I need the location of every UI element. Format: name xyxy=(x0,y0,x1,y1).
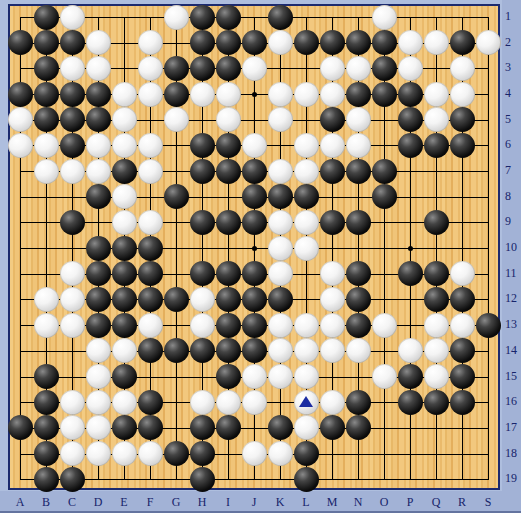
stone-black[interactable] xyxy=(398,364,423,389)
stone-black[interactable] xyxy=(294,30,319,55)
stone-black[interactable] xyxy=(398,261,423,286)
stone-black[interactable] xyxy=(138,415,163,440)
stone-white[interactable] xyxy=(268,313,293,338)
column-label: S xyxy=(481,495,495,510)
column-label: E xyxy=(117,495,131,510)
stone-white[interactable] xyxy=(242,56,267,81)
stone-white[interactable] xyxy=(138,30,163,55)
stone-white[interactable] xyxy=(112,133,137,158)
stone-black[interactable] xyxy=(242,287,267,312)
stone-white[interactable] xyxy=(424,107,449,132)
stone-black[interactable] xyxy=(450,107,475,132)
stone-black[interactable] xyxy=(112,313,137,338)
stone-black[interactable] xyxy=(190,441,215,466)
column-label: R xyxy=(455,495,469,510)
stone-white[interactable] xyxy=(268,338,293,363)
stone-black[interactable] xyxy=(60,133,85,158)
stone-black[interactable] xyxy=(398,107,423,132)
stone-black[interactable] xyxy=(34,390,59,415)
stone-black[interactable] xyxy=(190,30,215,55)
stone-black[interactable] xyxy=(268,5,293,30)
stone-white[interactable] xyxy=(424,338,449,363)
go-game-window: ABCDEFGHIJKLMNOPQRS123456789101112131415… xyxy=(0,0,521,513)
stone-black[interactable] xyxy=(112,364,137,389)
row-label: 2 xyxy=(505,35,521,50)
stone-black[interactable] xyxy=(164,184,189,209)
stone-white[interactable] xyxy=(60,313,85,338)
column-label: H xyxy=(195,495,209,510)
stone-black[interactable] xyxy=(476,313,501,338)
stone-black[interactable] xyxy=(86,261,111,286)
row-label: 5 xyxy=(505,112,521,127)
stone-black[interactable] xyxy=(216,287,241,312)
stone-white[interactable] xyxy=(398,56,423,81)
stone-black[interactable] xyxy=(138,390,163,415)
stone-white[interactable] xyxy=(268,236,293,261)
stone-black[interactable] xyxy=(268,184,293,209)
stone-white[interactable] xyxy=(476,30,501,55)
stone-black[interactable] xyxy=(190,467,215,492)
row-label: 16 xyxy=(505,394,521,409)
stone-white[interactable] xyxy=(138,313,163,338)
stone-black[interactable] xyxy=(34,5,59,30)
stone-black[interactable] xyxy=(138,261,163,286)
stone-white[interactable] xyxy=(294,210,319,235)
row-label: 1 xyxy=(505,9,521,24)
stone-white[interactable] xyxy=(346,338,371,363)
stone-black[interactable] xyxy=(320,210,345,235)
stone-white[interactable] xyxy=(60,415,85,440)
stone-black[interactable] xyxy=(60,210,85,235)
column-label: K xyxy=(273,495,287,510)
stone-black[interactable] xyxy=(60,107,85,132)
row-label: 4 xyxy=(505,86,521,101)
stone-black[interactable] xyxy=(450,364,475,389)
stone-black[interactable] xyxy=(398,133,423,158)
stone-black[interactable] xyxy=(398,390,423,415)
stone-white[interactable] xyxy=(242,441,267,466)
stone-white[interactable] xyxy=(60,56,85,81)
stone-black[interactable] xyxy=(450,338,475,363)
stone-white[interactable] xyxy=(294,133,319,158)
stone-black[interactable] xyxy=(216,30,241,55)
row-label: 13 xyxy=(505,317,521,332)
stone-white[interactable] xyxy=(86,159,111,184)
stone-black[interactable] xyxy=(216,364,241,389)
stone-white[interactable] xyxy=(424,313,449,338)
stone-white[interactable] xyxy=(268,441,293,466)
stone-black[interactable] xyxy=(190,159,215,184)
stone-white[interactable] xyxy=(450,56,475,81)
stone-white[interactable] xyxy=(112,107,137,132)
stone-black[interactable] xyxy=(346,415,371,440)
stone-white[interactable] xyxy=(8,133,33,158)
stone-white[interactable] xyxy=(190,390,215,415)
stone-black[interactable] xyxy=(216,133,241,158)
last-move-marker xyxy=(299,396,313,407)
stone-white[interactable] xyxy=(138,210,163,235)
stone-black[interactable] xyxy=(138,338,163,363)
stone-black[interactable] xyxy=(450,390,475,415)
column-label: M xyxy=(325,495,339,510)
stone-black[interactable] xyxy=(294,441,319,466)
stone-white[interactable] xyxy=(216,390,241,415)
stone-white[interactable] xyxy=(372,313,397,338)
stone-white[interactable] xyxy=(424,364,449,389)
stone-black[interactable] xyxy=(242,30,267,55)
stone-white[interactable] xyxy=(112,210,137,235)
stone-black[interactable] xyxy=(372,30,397,55)
stone-black[interactable] xyxy=(112,159,137,184)
stone-white[interactable] xyxy=(86,441,111,466)
stone-black[interactable] xyxy=(8,82,33,107)
row-label: 8 xyxy=(505,189,521,204)
stone-black[interactable] xyxy=(164,338,189,363)
row-label: 9 xyxy=(505,214,521,229)
stone-white[interactable] xyxy=(294,338,319,363)
stone-white[interactable] xyxy=(60,261,85,286)
row-label: 10 xyxy=(505,240,521,255)
stone-white[interactable] xyxy=(320,287,345,312)
stone-black[interactable] xyxy=(424,210,449,235)
column-label: C xyxy=(65,495,79,510)
row-label: 19 xyxy=(505,471,521,486)
stone-white[interactable] xyxy=(346,107,371,132)
stone-black[interactable] xyxy=(216,313,241,338)
stone-white[interactable] xyxy=(112,82,137,107)
column-label: B xyxy=(39,495,53,510)
column-label: G xyxy=(169,495,183,510)
stone-white[interactable] xyxy=(138,56,163,81)
stone-white[interactable] xyxy=(242,390,267,415)
stone-black[interactable] xyxy=(216,56,241,81)
stone-black[interactable] xyxy=(34,467,59,492)
stone-black[interactable] xyxy=(294,467,319,492)
stone-white[interactable] xyxy=(190,313,215,338)
stone-white[interactable] xyxy=(346,56,371,81)
right-label-strip xyxy=(502,0,521,513)
stone-black[interactable] xyxy=(424,287,449,312)
stone-black[interactable] xyxy=(86,184,111,209)
stone-black[interactable] xyxy=(268,415,293,440)
stone-black[interactable] xyxy=(112,287,137,312)
stone-black[interactable] xyxy=(346,313,371,338)
stone-white[interactable] xyxy=(424,82,449,107)
stone-black[interactable] xyxy=(242,184,267,209)
row-label: 17 xyxy=(505,420,521,435)
stone-white[interactable] xyxy=(60,287,85,312)
stone-black[interactable] xyxy=(424,261,449,286)
stone-white[interactable] xyxy=(86,56,111,81)
row-label: 7 xyxy=(505,163,521,178)
stone-black[interactable] xyxy=(216,338,241,363)
column-label: Q xyxy=(429,495,443,510)
stone-white[interactable] xyxy=(320,390,345,415)
stone-white[interactable] xyxy=(112,441,137,466)
stone-black[interactable] xyxy=(86,107,111,132)
row-label: 3 xyxy=(505,60,521,75)
stone-black[interactable] xyxy=(60,30,85,55)
stone-white[interactable] xyxy=(86,30,111,55)
column-label: F xyxy=(143,495,157,510)
stone-white[interactable] xyxy=(268,159,293,184)
stone-black[interactable] xyxy=(112,415,137,440)
stone-white[interactable] xyxy=(294,82,319,107)
stone-white[interactable] xyxy=(86,415,111,440)
stone-black[interactable] xyxy=(190,56,215,81)
stone-black[interactable] xyxy=(294,184,319,209)
stone-black[interactable] xyxy=(190,338,215,363)
stone-black[interactable] xyxy=(164,441,189,466)
stone-black[interactable] xyxy=(450,287,475,312)
stone-black[interactable] xyxy=(268,287,293,312)
stone-white[interactable] xyxy=(346,133,371,158)
stone-white[interactable] xyxy=(242,364,267,389)
stone-black[interactable] xyxy=(8,30,33,55)
stone-black[interactable] xyxy=(216,210,241,235)
stone-black[interactable] xyxy=(346,82,371,107)
stone-black[interactable] xyxy=(190,261,215,286)
stone-white[interactable] xyxy=(320,338,345,363)
stone-black[interactable] xyxy=(372,184,397,209)
stone-black[interactable] xyxy=(372,159,397,184)
stone-black[interactable] xyxy=(34,415,59,440)
stone-white[interactable] xyxy=(34,133,59,158)
stone-white[interactable] xyxy=(320,56,345,81)
stone-white[interactable] xyxy=(268,82,293,107)
grid-line-horizontal xyxy=(20,479,489,480)
stone-white[interactable] xyxy=(268,210,293,235)
stone-black[interactable] xyxy=(190,133,215,158)
row-label: 14 xyxy=(505,343,521,358)
stone-white[interactable] xyxy=(164,107,189,132)
row-label: 15 xyxy=(505,369,521,384)
stone-black[interactable] xyxy=(346,261,371,286)
stone-black[interactable] xyxy=(346,210,371,235)
row-label: 6 xyxy=(505,137,521,152)
stone-black[interactable] xyxy=(424,133,449,158)
stone-black[interactable] xyxy=(242,261,267,286)
stone-white[interactable] xyxy=(216,82,241,107)
stone-white[interactable] xyxy=(242,133,267,158)
stone-white[interactable] xyxy=(372,5,397,30)
column-label: L xyxy=(299,495,313,510)
stone-white[interactable] xyxy=(138,133,163,158)
stone-white[interactable] xyxy=(112,184,137,209)
stone-white[interactable] xyxy=(190,287,215,312)
stone-white[interactable] xyxy=(86,364,111,389)
column-label: D xyxy=(91,495,105,510)
stone-white[interactable] xyxy=(424,30,449,55)
stone-white[interactable] xyxy=(294,364,319,389)
stone-black[interactable] xyxy=(34,30,59,55)
stone-white[interactable] xyxy=(112,390,137,415)
stone-black[interactable] xyxy=(346,30,371,55)
stone-white[interactable] xyxy=(112,338,137,363)
stone-white[interactable] xyxy=(372,364,397,389)
stone-white[interactable] xyxy=(216,107,241,132)
grid-line-vertical xyxy=(488,17,489,480)
stone-black[interactable] xyxy=(398,82,423,107)
stone-black[interactable] xyxy=(8,415,33,440)
stone-white[interactable] xyxy=(268,364,293,389)
stone-white[interactable] xyxy=(320,313,345,338)
stone-white[interactable] xyxy=(450,261,475,286)
stone-black[interactable] xyxy=(346,390,371,415)
stone-white[interactable] xyxy=(34,287,59,312)
column-label: P xyxy=(403,495,417,510)
stone-white[interactable] xyxy=(320,82,345,107)
stone-white[interactable] xyxy=(86,338,111,363)
stone-white[interactable] xyxy=(86,390,111,415)
stone-black[interactable] xyxy=(190,415,215,440)
stone-white[interactable] xyxy=(86,133,111,158)
stone-white[interactable] xyxy=(398,30,423,55)
stone-black[interactable] xyxy=(86,82,111,107)
stone-black[interactable] xyxy=(190,210,215,235)
stone-white[interactable] xyxy=(8,107,33,132)
stone-black[interactable] xyxy=(190,5,215,30)
stone-black[interactable] xyxy=(242,313,267,338)
stone-white[interactable] xyxy=(34,159,59,184)
stone-black[interactable] xyxy=(320,30,345,55)
row-label: 11 xyxy=(505,266,521,281)
stone-black[interactable] xyxy=(138,236,163,261)
stone-white[interactable] xyxy=(450,313,475,338)
stone-black[interactable] xyxy=(450,133,475,158)
stone-white[interactable] xyxy=(268,107,293,132)
stone-black[interactable] xyxy=(320,107,345,132)
stone-black[interactable] xyxy=(242,338,267,363)
stone-black[interactable] xyxy=(138,287,163,312)
stone-white[interactable] xyxy=(320,133,345,158)
stone-black[interactable] xyxy=(216,261,241,286)
stone-black[interactable] xyxy=(34,56,59,81)
stone-black[interactable] xyxy=(112,261,137,286)
stone-black[interactable] xyxy=(450,30,475,55)
stone-black[interactable] xyxy=(60,82,85,107)
stone-black[interactable] xyxy=(320,159,345,184)
stone-black[interactable] xyxy=(216,5,241,30)
stone-white[interactable] xyxy=(190,82,215,107)
stone-white[interactable] xyxy=(294,415,319,440)
stone-white[interactable] xyxy=(450,82,475,107)
stone-black[interactable] xyxy=(346,287,371,312)
stone-black[interactable] xyxy=(86,313,111,338)
column-label: J xyxy=(247,495,261,510)
stone-black[interactable] xyxy=(86,287,111,312)
column-label: N xyxy=(351,495,365,510)
stone-black[interactable] xyxy=(34,82,59,107)
stone-white[interactable] xyxy=(138,82,163,107)
stone-black[interactable] xyxy=(242,210,267,235)
stone-white[interactable] xyxy=(398,338,423,363)
row-label: 12 xyxy=(505,291,521,306)
column-label: A xyxy=(13,495,27,510)
stone-white[interactable] xyxy=(34,313,59,338)
stone-black[interactable] xyxy=(320,415,345,440)
stone-black[interactable] xyxy=(60,467,85,492)
stone-white[interactable] xyxy=(294,313,319,338)
stone-white[interactable] xyxy=(60,441,85,466)
stone-white[interactable] xyxy=(320,261,345,286)
stone-white[interactable] xyxy=(268,30,293,55)
stone-black[interactable] xyxy=(34,441,59,466)
stone-black[interactable] xyxy=(372,82,397,107)
stone-white[interactable] xyxy=(138,159,163,184)
stone-black[interactable] xyxy=(346,159,371,184)
stone-black[interactable] xyxy=(164,287,189,312)
stone-black[interactable] xyxy=(34,364,59,389)
stone-white[interactable] xyxy=(60,159,85,184)
stone-black[interactable] xyxy=(216,415,241,440)
stone-black[interactable] xyxy=(242,159,267,184)
star-point xyxy=(252,92,257,97)
stone-black[interactable] xyxy=(164,56,189,81)
stone-black[interactable] xyxy=(424,390,449,415)
column-label: O xyxy=(377,495,391,510)
stone-white[interactable] xyxy=(60,5,85,30)
stone-white[interactable] xyxy=(60,390,85,415)
stone-black[interactable] xyxy=(164,82,189,107)
row-label: 18 xyxy=(505,446,521,461)
stone-white[interactable] xyxy=(268,261,293,286)
stone-white[interactable] xyxy=(294,236,319,261)
stone-white[interactable] xyxy=(138,441,163,466)
column-label: I xyxy=(221,495,235,510)
stone-white[interactable] xyxy=(294,159,319,184)
stone-black[interactable] xyxy=(112,236,137,261)
stone-black[interactable] xyxy=(86,236,111,261)
stone-black[interactable] xyxy=(216,159,241,184)
stone-black[interactable] xyxy=(34,107,59,132)
stone-black[interactable] xyxy=(372,56,397,81)
stone-white[interactable] xyxy=(164,5,189,30)
